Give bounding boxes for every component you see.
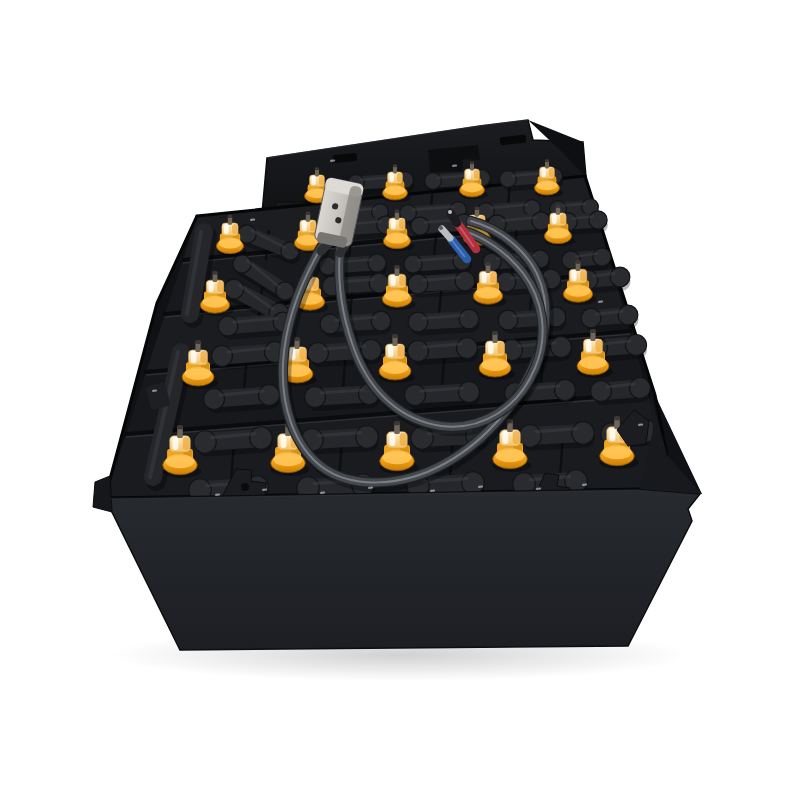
connector-boss — [498, 310, 518, 330]
red-end-cap — [451, 214, 457, 223]
cap-dome-shade — [399, 275, 405, 286]
cap-flange-top — [482, 358, 509, 371]
cap-dome-shade — [399, 219, 405, 229]
cap-dome-shade — [400, 433, 407, 446]
cap-flange-top — [602, 445, 631, 459]
connector-boss — [224, 279, 244, 299]
connector-boss — [459, 309, 479, 329]
blue-tip-end — [439, 226, 443, 230]
connector-boss — [308, 343, 329, 364]
cap-flange-top — [203, 296, 228, 308]
cap-pin-tip — [486, 262, 491, 266]
cap-dome-sheen — [390, 173, 394, 182]
cap-pin-tip — [576, 260, 581, 264]
cap-dome-shade — [232, 224, 238, 234]
cap-flange-top — [566, 285, 591, 297]
cap-dome-sheen — [224, 224, 229, 234]
cap-pin-tip — [177, 425, 183, 429]
cap-dome-sheen — [572, 270, 577, 281]
cap-flange-top — [185, 367, 212, 380]
connector-boss — [496, 272, 516, 292]
cap-pin-tip — [475, 207, 479, 210]
connector-boss — [408, 312, 428, 332]
cap-dome-sheen — [467, 170, 471, 179]
connector-boss — [204, 389, 225, 410]
connector-boss — [593, 248, 611, 266]
cap-pin-tip — [395, 265, 400, 269]
connector-boss — [459, 382, 480, 403]
connector-boss — [572, 422, 594, 444]
cap-flange-top — [495, 448, 524, 462]
cap-pin-tip — [195, 340, 200, 344]
connector-boss — [411, 217, 429, 235]
connector-boss — [320, 314, 340, 334]
battery-illustration — [0, 0, 800, 800]
battery-product-photo — [0, 0, 800, 800]
cap-flange-top — [385, 290, 410, 302]
connector-boss — [250, 427, 272, 449]
cap-flange-top — [547, 228, 570, 239]
cap-dome-shade — [310, 221, 316, 231]
cap-pin-tip — [315, 167, 319, 170]
connector-boss — [555, 380, 576, 401]
connector-boss — [462, 472, 484, 494]
cap-dome-shade — [300, 348, 307, 360]
cap-pin-tip — [228, 215, 232, 218]
cap-dome-sheen — [209, 281, 214, 292]
cap-flange-top — [382, 361, 409, 374]
cap-pin-tip — [545, 159, 549, 162]
connector-boss — [589, 211, 607, 229]
cap-flange-top — [386, 233, 409, 244]
cap-dome-shade — [319, 176, 324, 185]
connector-boss — [305, 387, 326, 408]
cap-dome-sheen — [302, 221, 307, 231]
cap-dome-shade — [513, 431, 520, 444]
cap-dome-sheen — [191, 351, 197, 363]
connector-boss — [581, 308, 601, 328]
cap-dome-sheen — [172, 437, 178, 450]
cap-dome-sheen — [312, 176, 316, 185]
cap-dome-shade — [580, 270, 586, 281]
cap-flange-top — [461, 182, 482, 192]
connector-boss — [368, 254, 386, 272]
connector-boss — [194, 431, 216, 453]
cap-flange-top — [382, 450, 411, 464]
cap-dome-shade — [560, 214, 566, 224]
cap-dome-sheen — [609, 428, 615, 441]
connector-boss — [218, 316, 238, 336]
cap-dome-shade — [549, 168, 554, 177]
cap-dome-shade — [398, 345, 405, 357]
cap-dome-shade — [490, 272, 496, 283]
connector-boss — [630, 378, 651, 399]
connector-boss — [551, 337, 572, 358]
connector-boss — [369, 273, 389, 293]
cap-dome-sheen — [552, 214, 557, 224]
cap-dome-sheen — [388, 345, 394, 357]
connector-boss — [457, 338, 478, 359]
connector-boss — [532, 212, 550, 230]
connector-boss — [212, 346, 233, 367]
connector-boss — [610, 267, 630, 287]
connector-boss — [618, 305, 638, 325]
cap-flange-top — [165, 454, 194, 468]
cap-dome-sheen — [482, 272, 487, 283]
connector-boss — [500, 171, 517, 188]
cap-dome-sheen — [280, 435, 286, 448]
cap-dome-shade — [397, 173, 402, 182]
connector-boss — [276, 282, 294, 300]
lifting-lug — [93, 476, 112, 512]
cap-pin-tip — [556, 205, 560, 208]
cap-dome-sheen — [389, 433, 395, 446]
cap-dome-sheen — [502, 431, 508, 444]
connector-boss — [408, 341, 429, 362]
cap-dome-sheen — [488, 342, 494, 354]
cap-pin-tip — [392, 334, 397, 338]
cap-pin-tip — [470, 161, 474, 164]
connector-boss — [626, 335, 647, 356]
cap-dome-shade — [596, 340, 603, 352]
connector-boss — [408, 274, 428, 294]
cap-flange-top — [219, 238, 242, 249]
cap-dome-shade — [474, 170, 479, 179]
connector-boss — [404, 255, 422, 273]
cap-dome-shade — [498, 342, 505, 354]
cap-dome-sheen — [391, 275, 396, 286]
connector-boss — [591, 381, 612, 402]
cap-dome-sheen — [586, 340, 592, 352]
cap-pin-tip — [393, 164, 397, 167]
connector-boss — [425, 173, 442, 190]
cap-flange-top — [384, 185, 405, 195]
cap-dome-sheen — [391, 219, 396, 229]
connector-boss — [371, 311, 391, 331]
connector-boss — [455, 271, 475, 291]
cap-pin-tip — [590, 329, 595, 333]
cap-pin-tip — [394, 421, 400, 425]
cap-flange-top — [580, 356, 607, 369]
cap-dome-shade — [217, 281, 223, 292]
connector-boss — [238, 225, 256, 243]
cap-pin-tip — [395, 210, 399, 213]
cap-pin-tip — [213, 271, 218, 275]
red-crimp-glint — [448, 210, 452, 214]
connector-boss — [405, 385, 426, 406]
cap-flange-top — [536, 180, 557, 190]
cap-pin-tip — [492, 331, 497, 335]
cap-dome-sheen — [542, 168, 546, 177]
connector-boss — [519, 425, 541, 447]
connector-boss — [233, 255, 251, 273]
cap-pin-tip — [614, 416, 620, 420]
cap-dome-shade — [183, 437, 190, 450]
cap-dome-shade — [201, 351, 208, 363]
connector-boss — [259, 385, 280, 406]
cap-flange-top — [476, 287, 501, 299]
cap-flange-top — [273, 452, 302, 466]
cap-pin-tip — [306, 212, 310, 215]
connector-boss — [356, 426, 378, 448]
